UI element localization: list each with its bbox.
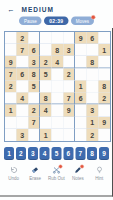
sudoku-cell-r7c1[interactable]: 1 <box>5 105 17 117</box>
sudoku-cell-r4c2[interactable]: 6 <box>17 68 29 80</box>
sudoku-cell-r5c2[interactable] <box>17 80 29 92</box>
sudoku-cell-r4c4[interactable]: 5 <box>40 68 52 80</box>
numpad-button-6[interactable]: 6 <box>63 147 73 160</box>
moves-badge <box>91 15 96 20</box>
sudoku-cell-r6c7[interactable]: 6 <box>75 93 87 105</box>
notes-badge <box>80 165 84 169</box>
timer-display: 02:39 <box>44 17 68 26</box>
sudoku-cell-r7c7[interactable] <box>75 105 87 117</box>
notes-button[interactable]: Notes <box>68 166 88 181</box>
sudoku-cell-r7c8[interactable]: 3 <box>87 105 99 117</box>
sudoku-cell-r4c9[interactable] <box>98 68 110 80</box>
numpad-button-2[interactable]: 2 <box>16 147 26 160</box>
timer-value: 02:39 <box>49 18 63 24</box>
sudoku-cell-r2c2[interactable]: 7 <box>17 44 29 56</box>
sudoku-cell-r9c3[interactable] <box>28 129 40 141</box>
numpad-button-5[interactable]: 5 <box>52 147 62 160</box>
numpad-button-4[interactable]: 4 <box>40 147 50 160</box>
back-arrow-icon[interactable]: ← <box>7 5 15 13</box>
sudoku-cell-r1c5[interactable] <box>52 32 64 44</box>
sudoku-cell-r7c2[interactable] <box>17 105 29 117</box>
sudoku-cell-r4c6[interactable]: 2 <box>63 68 75 80</box>
sudoku-cell-r3c2[interactable] <box>17 56 29 68</box>
sudoku-cell-r9c2[interactable]: 3 <box>17 129 29 141</box>
moves-label: Moves <box>76 18 89 23</box>
erase-label: Erase <box>29 176 41 181</box>
sudoku-cell-r1c3[interactable] <box>28 32 40 44</box>
sudoku-cell-r5c4[interactable] <box>40 80 52 92</box>
numpad-button-3[interactable]: 3 <box>28 147 38 160</box>
rub-out-badge <box>58 165 62 169</box>
sudoku-cell-r8c7[interactable] <box>75 117 87 129</box>
moves-button[interactable]: Moves <box>71 17 94 26</box>
sudoku-cell-r7c6[interactable]: 9 <box>63 105 75 117</box>
sudoku-cell-r5c7[interactable]: 1 <box>75 80 87 92</box>
toolbar: Undo Erase Rub Out Notes H <box>0 166 113 181</box>
sudoku-cell-r5c3[interactable]: 5 <box>28 80 40 92</box>
pause-button[interactable]: Pause <box>19 17 42 26</box>
sudoku-cell-r6c3[interactable] <box>28 93 40 105</box>
sudoku-cell-r1c6[interactable] <box>63 32 75 44</box>
undo-icon <box>10 166 18 174</box>
sudoku-cell-r8c3[interactable]: 7 <box>28 117 40 129</box>
sudoku-cell-r8c9[interactable]: 9 <box>98 117 110 129</box>
sudoku-cell-r5c8[interactable] <box>87 80 99 92</box>
sudoku-cell-r9c6[interactable] <box>63 129 75 141</box>
sudoku-cell-r1c8[interactable]: 6 <box>87 32 99 44</box>
sudoku-cell-r3c6[interactable] <box>63 56 75 68</box>
sudoku-cell-r4c3[interactable]: 8 <box>28 68 40 80</box>
sudoku-cell-r4c1[interactable]: 7 <box>5 68 17 80</box>
sudoku-cell-r8c8[interactable]: 1 <box>87 117 99 129</box>
sudoku-cell-r2c8[interactable] <box>87 44 99 56</box>
eraser-icon <box>31 166 39 174</box>
sudoku-cell-r9c1[interactable] <box>5 129 17 141</box>
sudoku-cell-r3c9[interactable] <box>98 56 110 68</box>
page-title: MEDIUM <box>22 5 54 13</box>
sudoku-cell-r9c8[interactable]: 2 <box>87 129 99 141</box>
sudoku-cell-r6c1[interactable] <box>5 93 17 105</box>
sudoku-board: 29676831932487685225184876212493719312 <box>4 31 111 142</box>
sudoku-cell-r3c1[interactable]: 9 <box>5 56 17 68</box>
sudoku-cell-r2c4[interactable] <box>40 44 52 56</box>
hint-button[interactable]: Hint <box>89 166 109 181</box>
undo-label: Undo <box>8 176 19 181</box>
window-edge-bottom <box>0 196 113 197</box>
sudoku-cell-r1c4[interactable] <box>40 32 52 44</box>
lightbulb-icon <box>95 166 103 174</box>
rub-out-icon <box>52 166 60 174</box>
sudoku-cell-r6c9[interactable]: 2 <box>98 93 110 105</box>
sudoku-cell-r5c9[interactable]: 8 <box>98 80 110 92</box>
erase-button[interactable]: Erase <box>25 166 45 181</box>
sudoku-cell-r2c1[interactable] <box>5 44 17 56</box>
sudoku-cell-r7c3[interactable]: 2 <box>28 105 40 117</box>
sudoku-cell-r7c5[interactable] <box>52 105 64 117</box>
sudoku-cell-r9c5[interactable] <box>52 129 64 141</box>
notes-label: Notes <box>72 176 84 181</box>
sudoku-cell-r8c4[interactable] <box>40 117 52 129</box>
sudoku-app-screen: ← MEDIUM Pause 02:39 Moves 2967683193248… <box>0 0 113 200</box>
sudoku-cell-r7c4[interactable]: 4 <box>40 105 52 117</box>
sudoku-cell-r2c7[interactable] <box>75 44 87 56</box>
sudoku-cell-r2c3[interactable]: 6 <box>28 44 40 56</box>
header: ← MEDIUM <box>0 3 113 15</box>
number-pad: 1 2 3 4 5 6 7 8 9 <box>4 147 109 160</box>
sudoku-cell-r6c2[interactable]: 4 <box>17 93 29 105</box>
sudoku-cell-r1c7[interactable]: 9 <box>75 32 87 44</box>
undo-button[interactable]: Undo <box>4 166 24 181</box>
sudoku-cell-r2c6[interactable]: 3 <box>63 44 75 56</box>
pencil-icon <box>74 166 82 174</box>
sudoku-cell-r8c6[interactable] <box>63 117 75 129</box>
numpad-button-1[interactable]: 1 <box>4 147 14 160</box>
sudoku-cell-r9c4[interactable]: 1 <box>40 129 52 141</box>
pause-label: Pause <box>24 18 37 23</box>
sudoku-cell-r6c5[interactable] <box>52 93 64 105</box>
sudoku-cell-r6c4[interactable]: 8 <box>40 93 52 105</box>
status-bar: Pause 02:39 Moves <box>0 17 113 26</box>
sudoku-cell-r3c4[interactable]: 2 <box>40 56 52 68</box>
sudoku-cell-r3c5[interactable]: 4 <box>52 56 64 68</box>
sudoku-cell-r3c7[interactable] <box>75 56 87 68</box>
sudoku-cell-r8c5[interactable] <box>52 117 64 129</box>
sudoku-cell-r3c8[interactable]: 8 <box>87 56 99 68</box>
sudoku-cell-r1c2[interactable]: 2 <box>17 32 29 44</box>
numpad-button-9[interactable]: 9 <box>99 147 109 160</box>
sudoku-cell-r9c7[interactable] <box>75 129 87 141</box>
numpad-button-8[interactable]: 8 <box>87 147 97 160</box>
sudoku-cell-r5c5[interactable] <box>52 80 64 92</box>
sudoku-cell-r5c6[interactable] <box>63 80 75 92</box>
sudoku-cell-r8c1[interactable] <box>5 117 17 129</box>
sudoku-cell-r3c3[interactable]: 3 <box>28 56 40 68</box>
rub-out-button[interactable]: Rub Out <box>46 166 66 181</box>
sudoku-cell-r6c8[interactable] <box>87 93 99 105</box>
sudoku-cell-r1c1[interactable] <box>5 32 17 44</box>
window-edge-right <box>112 28 113 197</box>
sudoku-cell-r1c9[interactable] <box>98 32 110 44</box>
hint-label: Hint <box>95 176 103 181</box>
sudoku-cell-r4c7[interactable] <box>75 68 87 80</box>
sudoku-cell-r2c5[interactable]: 8 <box>52 44 64 56</box>
sudoku-cell-r4c8[interactable] <box>87 68 99 80</box>
sudoku-cell-r6c6[interactable]: 7 <box>63 93 75 105</box>
sudoku-cell-r9c9[interactable] <box>98 129 110 141</box>
numpad-button-7[interactable]: 7 <box>75 147 85 160</box>
sudoku-cell-r8c2[interactable] <box>17 117 29 129</box>
sudoku-cell-r7c9[interactable] <box>98 105 110 117</box>
sudoku-cell-r5c1[interactable]: 2 <box>5 80 17 92</box>
rub-out-label: Rub Out <box>48 176 65 181</box>
sudoku-cell-r4c5[interactable] <box>52 68 64 80</box>
sudoku-cell-r2c9[interactable]: 1 <box>98 44 110 56</box>
